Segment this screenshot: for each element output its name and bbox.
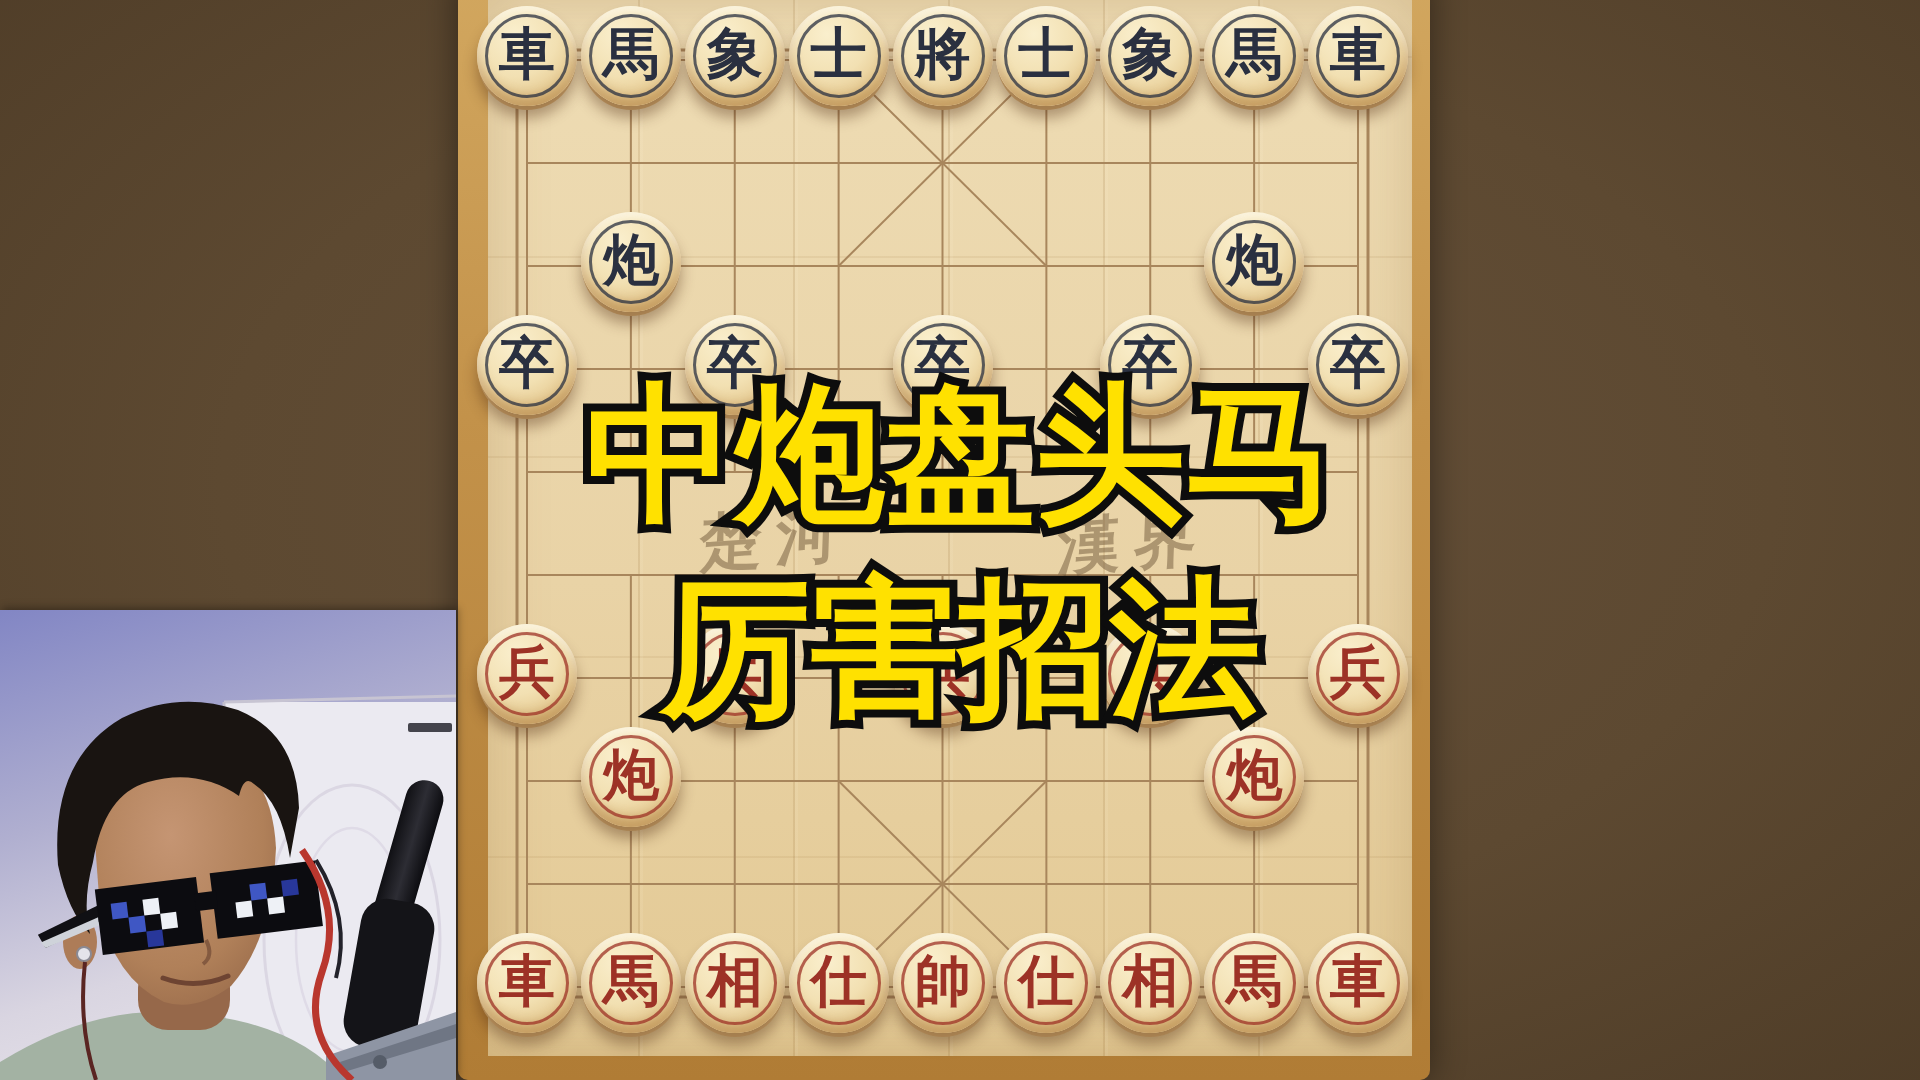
piece-glyph: 仕 xyxy=(811,953,867,1009)
piece-black-elephant[interactable]: 象 xyxy=(685,6,785,106)
piece-glyph: 卒 xyxy=(1330,335,1386,391)
piece-glyph: 仕 xyxy=(1018,953,1074,1009)
piece-glyph: 炮 xyxy=(1226,747,1282,803)
piece-glyph: 炮 xyxy=(603,232,659,288)
piece-red-elephant[interactable]: 相 xyxy=(685,933,785,1033)
piece-glyph: 炮 xyxy=(1226,232,1282,288)
piece-black-elephant[interactable]: 象 xyxy=(1100,6,1200,106)
piece-black-advisor[interactable]: 士 xyxy=(789,6,889,106)
piece-red-general[interactable]: 帥 xyxy=(893,933,993,1033)
piece-glyph: 馬 xyxy=(1226,953,1282,1009)
earbud-icon xyxy=(77,947,91,961)
piece-black-horse[interactable]: 馬 xyxy=(1204,6,1304,106)
overlay-title-line2: 厉害招法厉害招法 xyxy=(660,566,1260,731)
piece-red-horse[interactable]: 馬 xyxy=(1204,933,1304,1033)
piece-black-advisor[interactable]: 士 xyxy=(996,6,1096,106)
piece-glyph: 士 xyxy=(811,26,867,82)
piece-black-horse[interactable]: 馬 xyxy=(581,6,681,106)
piece-glyph: 相 xyxy=(707,953,763,1009)
piece-red-chariot[interactable]: 車 xyxy=(477,933,577,1033)
piece-red-advisor[interactable]: 仕 xyxy=(789,933,889,1033)
piece-glyph: 相 xyxy=(1122,953,1178,1009)
piece-glyph: 象 xyxy=(1122,26,1178,82)
piece-glyph: 帥 xyxy=(915,953,971,1009)
piece-glyph: 卒 xyxy=(499,335,555,391)
piece-black-chariot[interactable]: 車 xyxy=(1308,6,1408,106)
piece-glyph: 炮 xyxy=(603,747,659,803)
overlay-title-line1: 中炮盘头马中炮盘头马 xyxy=(585,372,1335,537)
piece-red-elephant[interactable]: 相 xyxy=(1100,933,1200,1033)
piece-black-cannon[interactable]: 炮 xyxy=(1204,212,1304,312)
piece-red-cannon[interactable]: 炮 xyxy=(1204,727,1304,827)
streamer-scene xyxy=(0,610,456,1080)
piece-glyph: 車 xyxy=(1330,26,1386,82)
piece-glyph: 士 xyxy=(1018,26,1074,82)
piece-red-cannon[interactable]: 炮 xyxy=(581,727,681,827)
piece-red-horse[interactable]: 馬 xyxy=(581,933,681,1033)
video-frame: { "game": "xiangqi", "position": { "fen"… xyxy=(0,0,1920,1080)
piece-glyph: 象 xyxy=(707,26,763,82)
piece-glyph: 將 xyxy=(915,26,971,82)
piece-glyph: 兵 xyxy=(1330,644,1386,700)
piece-red-advisor[interactable]: 仕 xyxy=(996,933,1096,1033)
piece-red-soldier[interactable]: 兵 xyxy=(477,624,577,724)
piece-black-general[interactable]: 將 xyxy=(893,6,993,106)
piece-glyph: 車 xyxy=(499,953,555,1009)
webcam-overlay xyxy=(0,610,456,1080)
piece-glyph: 車 xyxy=(1330,953,1386,1009)
piece-red-chariot[interactable]: 車 xyxy=(1308,933,1408,1033)
piece-glyph: 車 xyxy=(499,26,555,82)
piece-black-cannon[interactable]: 炮 xyxy=(581,212,681,312)
piece-black-chariot[interactable]: 車 xyxy=(477,6,577,106)
piece-red-soldier[interactable]: 兵 xyxy=(1308,624,1408,724)
piece-glyph: 馬 xyxy=(603,953,659,1009)
piece-black-soldier[interactable]: 卒 xyxy=(477,315,577,415)
piece-glyph: 馬 xyxy=(603,26,659,82)
piece-glyph: 兵 xyxy=(499,644,555,700)
piece-glyph: 馬 xyxy=(1226,26,1282,82)
